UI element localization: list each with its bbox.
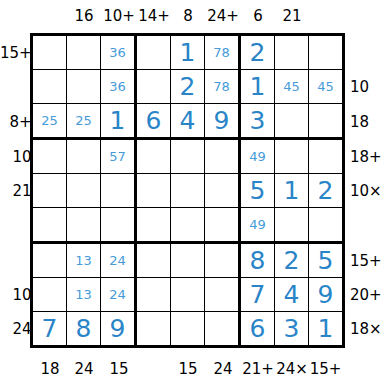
bottom-clue-2: 24 — [67, 355, 101, 383]
pencilmark: 49 — [249, 218, 266, 231]
cell-r5c6[interactable] — [205, 174, 241, 208]
right-clue-6 — [350, 208, 386, 244]
cell-r1c5[interactable]: 1 — [171, 36, 205, 70]
pencilmark: 24 — [109, 254, 126, 267]
cell-r7c6[interactable] — [205, 244, 241, 278]
cell-r7c1[interactable] — [33, 244, 67, 278]
top-clue-label: 6 — [253, 7, 263, 25]
bottom-clue-8: 24× — [275, 355, 309, 383]
bottom-clue-label: 15 — [109, 360, 128, 378]
left-clue-label: 10 — [13, 148, 32, 166]
cell-r1c3[interactable]: 36 — [101, 36, 137, 70]
solved-digit: 2 — [180, 74, 196, 99]
cell-r5c1[interactable] — [33, 174, 67, 208]
cell-r2c6[interactable]: 78 — [205, 70, 241, 104]
solved-digit: 5 — [318, 248, 334, 273]
cell-r8c8[interactable]: 4 — [275, 278, 309, 312]
right-clue-3: 18 — [350, 104, 386, 140]
bottom-clue-1: 18 — [33, 355, 67, 383]
right-clue-2: 10 — [350, 70, 386, 104]
pencilmark: 25 — [75, 114, 92, 127]
cell-r4c1[interactable] — [33, 140, 67, 174]
cell-r5c9[interactable]: 2 — [309, 174, 342, 208]
right-clue-label: 10× — [350, 182, 382, 200]
solved-digit: 9 — [318, 282, 334, 307]
left-clue-3: 8+ — [0, 104, 32, 140]
top-clue-label: 14+ — [138, 7, 170, 25]
cell-r3c8[interactable] — [275, 104, 309, 140]
cell-r5c5[interactable] — [171, 174, 205, 208]
cell-r8c9[interactable]: 9 — [309, 278, 342, 312]
solved-digit: 1 — [110, 108, 126, 133]
cell-r8c2[interactable]: 13 — [67, 278, 101, 312]
solved-digit: 1 — [284, 178, 300, 203]
pencilmark: 13 — [75, 254, 92, 267]
top-clue-strip: 1610+14+824+621 — [33, 0, 342, 31]
cell-r8c6[interactable] — [205, 278, 241, 312]
cell-r4c2[interactable] — [67, 140, 101, 174]
left-clue-label: 15+ — [0, 44, 32, 62]
cell-r6c4[interactable] — [137, 208, 171, 244]
top-clue-label: 21 — [282, 7, 301, 25]
top-clue-3: 10+ — [101, 0, 137, 31]
solved-digit: 1 — [318, 316, 334, 341]
cell-r6c2[interactable] — [67, 208, 101, 244]
cell-r2c8[interactable]: 45 — [275, 70, 309, 104]
cell-r6c3[interactable] — [101, 208, 137, 244]
left-clue-2 — [0, 70, 32, 104]
cell-r6c8[interactable] — [275, 208, 309, 244]
cell-r1c4[interactable] — [137, 36, 171, 70]
cell-r9c9[interactable]: 1 — [309, 312, 342, 345]
cell-r1c8[interactable] — [275, 36, 309, 70]
cell-r4c3[interactable]: 57 — [101, 140, 137, 174]
solved-digit: 3 — [250, 108, 266, 133]
cell-r5c7[interactable]: 5 — [241, 174, 275, 208]
cell-r7c9[interactable]: 5 — [309, 244, 342, 278]
cell-r1c6[interactable]: 78 — [205, 36, 241, 70]
top-clue-1 — [33, 0, 67, 31]
solved-digit: 8 — [76, 316, 92, 341]
cell-r4c5[interactable] — [171, 140, 205, 174]
cell-r2c9[interactable]: 45 — [309, 70, 342, 104]
right-clue-label: 10 — [350, 78, 369, 96]
solved-digit: 4 — [180, 108, 196, 133]
cell-r3c6[interactable]: 9 — [205, 104, 241, 140]
bottom-clue-label: 24× — [276, 360, 308, 378]
cell-r1c1[interactable] — [33, 36, 67, 70]
right-clue-strip: 101818+10×15+20+18× — [350, 36, 386, 345]
cell-r5c3[interactable] — [101, 174, 137, 208]
left-clue-label: 21 — [13, 182, 32, 200]
cell-r5c4[interactable] — [137, 174, 171, 208]
cell-r3c3[interactable]: 1 — [101, 104, 137, 140]
cell-r2c4[interactable] — [137, 70, 171, 104]
solved-digit: 6 — [250, 316, 266, 341]
bottom-clue-label: 24 — [213, 360, 232, 378]
cell-r2c2[interactable] — [67, 70, 101, 104]
bottom-clue-4 — [137, 355, 171, 383]
left-clue-label: 24 — [13, 320, 32, 338]
solved-digit: 2 — [250, 40, 266, 65]
right-clue-label: 18 — [350, 113, 369, 131]
cell-r9c7[interactable]: 6 — [241, 312, 275, 345]
top-clue-9 — [309, 0, 342, 31]
left-clue-6 — [0, 208, 32, 244]
solved-digit: 1 — [180, 40, 196, 65]
top-clue-5: 8 — [171, 0, 205, 31]
right-clue-5: 10× — [350, 174, 386, 208]
cell-r1c9[interactable] — [309, 36, 342, 70]
top-clue-6: 24+ — [205, 0, 241, 31]
top-clue-label: 24+ — [207, 7, 239, 25]
cell-r3c2[interactable]: 25 — [67, 104, 101, 140]
cell-r3c7[interactable]: 3 — [241, 104, 275, 140]
pencilmark: 45 — [317, 80, 334, 93]
top-clue-label: 10+ — [103, 7, 135, 25]
cell-r3c5[interactable]: 4 — [171, 104, 205, 140]
right-clue-8: 20+ — [350, 278, 386, 312]
top-clue-4: 14+ — [137, 0, 171, 31]
left-clue-strip: 15+8+10211024 — [0, 36, 27, 345]
bottom-clue-3: 15 — [101, 355, 137, 383]
right-clue-label: 20+ — [350, 286, 382, 304]
cell-r2c3[interactable]: 36 — [101, 70, 137, 104]
cell-r9c2[interactable]: 8 — [67, 312, 101, 345]
right-clue-label: 18× — [350, 320, 382, 338]
pencilmark: 24 — [109, 288, 126, 301]
cell-r6c1[interactable] — [33, 208, 67, 244]
bottom-clue-6: 24 — [205, 355, 241, 383]
cell-r7c5[interactable] — [171, 244, 205, 278]
solved-digit: 4 — [284, 282, 300, 307]
solved-digit: 1 — [250, 74, 266, 99]
bottom-clue-label: 15+ — [310, 360, 342, 378]
left-clue-9: 24 — [0, 312, 32, 345]
cell-r9c3[interactable]: 9 — [101, 312, 137, 345]
cell-r8c1[interactable] — [33, 278, 67, 312]
left-clue-7 — [0, 244, 32, 278]
left-clue-8: 10 — [0, 278, 32, 312]
cell-r2c5[interactable]: 2 — [171, 70, 205, 104]
bottom-clue-strip: 182415152421+24×15+ — [33, 355, 342, 383]
right-clue-4: 18+ — [350, 140, 386, 174]
solved-digit: 8 — [250, 248, 266, 273]
right-clue-label: 15+ — [350, 252, 382, 270]
right-clue-7: 15+ — [350, 244, 386, 278]
solved-digit: 7 — [250, 282, 266, 307]
cell-r1c2[interactable] — [67, 36, 101, 70]
cell-r9c8[interactable]: 3 — [275, 312, 309, 345]
cell-r8c7[interactable]: 7 — [241, 278, 275, 312]
right-clue-9: 18× — [350, 312, 386, 345]
top-clue-label: 8 — [183, 7, 193, 25]
solved-digit: 7 — [42, 316, 58, 341]
top-clue-7: 6 — [241, 0, 275, 31]
cell-r6c7[interactable]: 49 — [241, 208, 275, 244]
left-clue-label: 10 — [13, 286, 32, 304]
cell-r9c1[interactable]: 7 — [33, 312, 67, 345]
right-clue-label: 18+ — [350, 148, 382, 166]
pencilmark: 78 — [213, 46, 230, 59]
cell-r3c9[interactable] — [309, 104, 342, 140]
cell-r8c5[interactable] — [171, 278, 205, 312]
cell-r4c7[interactable]: 49 — [241, 140, 275, 174]
cell-r5c8[interactable]: 1 — [275, 174, 309, 208]
pencilmark: 45 — [283, 80, 300, 93]
cell-r5c2[interactable] — [67, 174, 101, 208]
cell-r2c7[interactable]: 1 — [241, 70, 275, 104]
left-clue-1: 15+ — [0, 36, 32, 70]
cell-r4c4[interactable] — [137, 140, 171, 174]
pencilmark: 49 — [249, 150, 266, 163]
cell-r3c4[interactable]: 6 — [137, 104, 171, 140]
cell-r9c5[interactable] — [171, 312, 205, 345]
cell-r7c3[interactable]: 24 — [101, 244, 137, 278]
solved-digit: 9 — [214, 108, 230, 133]
cell-r2c1[interactable] — [33, 70, 67, 104]
cell-r6c9[interactable] — [309, 208, 342, 244]
pencilmark: 36 — [109, 46, 126, 59]
solved-digit: 2 — [284, 248, 300, 273]
pencilmark: 13 — [75, 288, 92, 301]
left-clue-label: 8+ — [10, 113, 32, 131]
cell-r7c2[interactable]: 13 — [67, 244, 101, 278]
bottom-clue-7: 21+ — [241, 355, 275, 383]
cell-r6c5[interactable] — [171, 208, 205, 244]
bottom-clue-9: 15+ — [309, 355, 342, 383]
cell-r8c3[interactable]: 24 — [101, 278, 137, 312]
cell-r4c6[interactable] — [205, 140, 241, 174]
left-clue-4: 10 — [0, 140, 32, 174]
solved-digit: 5 — [250, 178, 266, 203]
cell-r4c8[interactable] — [275, 140, 309, 174]
solved-digit: 3 — [284, 316, 300, 341]
cell-r7c8[interactable]: 2 — [275, 244, 309, 278]
pencilmark: 25 — [41, 114, 58, 127]
pencilmark: 36 — [109, 80, 126, 93]
bottom-clue-label: 21+ — [242, 360, 274, 378]
solved-digit: 9 — [110, 316, 126, 341]
cell-r1c7[interactable]: 2 — [241, 36, 275, 70]
cell-r7c7[interactable]: 8 — [241, 244, 275, 278]
bottom-clue-label: 15 — [178, 360, 197, 378]
cell-r9c4[interactable] — [137, 312, 171, 345]
cell-r7c4[interactable] — [137, 244, 171, 278]
left-clue-5: 21 — [0, 174, 32, 208]
bottom-clue-label: 18 — [40, 360, 59, 378]
solved-digit: 2 — [318, 178, 334, 203]
top-clue-2: 16 — [67, 0, 101, 31]
pencilmark: 78 — [213, 80, 230, 93]
cell-r9c6[interactable] — [205, 312, 241, 345]
board: 3617823627814545252516493574951249132482… — [30, 33, 345, 348]
cell-r3c1[interactable]: 25 — [33, 104, 67, 140]
cell-r4c9[interactable] — [309, 140, 342, 174]
cell-r8c4[interactable] — [137, 278, 171, 312]
top-clue-8: 21 — [275, 0, 309, 31]
solved-digit: 6 — [146, 108, 162, 133]
cell-r6c6[interactable] — [205, 208, 241, 244]
pencilmark: 57 — [109, 150, 126, 163]
bottom-clue-label: 24 — [74, 360, 93, 378]
right-clue-1 — [350, 36, 386, 70]
top-clue-label: 16 — [74, 7, 93, 25]
bottom-clue-5: 15 — [171, 355, 205, 383]
